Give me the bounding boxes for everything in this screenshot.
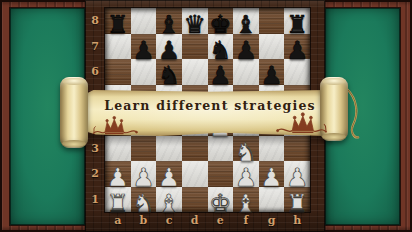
piece-black-knight-e7[interactable]: ♞ [208, 38, 234, 64]
square-e7[interactable]: ♞ [208, 34, 234, 60]
square-a2[interactable]: ♟ [105, 161, 131, 187]
square-h2[interactable]: ♟ [284, 161, 310, 187]
square-b1[interactable]: ♞ [131, 187, 157, 213]
piece-black-rook-a8[interactable]: ♜ [105, 12, 131, 38]
piece-black-king-e8[interactable]: ♚ [208, 12, 234, 38]
piece-black-bishop-f8[interactable]: ♝ [233, 12, 259, 38]
square-e6[interactable]: ♟ [208, 59, 234, 85]
piece-black-pawn-h7[interactable]: ♟ [284, 38, 310, 64]
square-f7[interactable]: ♟ [233, 34, 259, 60]
piece-white-bishop-f1[interactable]: ♝ [233, 191, 259, 217]
square-d2[interactable] [182, 161, 208, 187]
piece-black-pawn-e6[interactable]: ♟ [208, 63, 234, 89]
rank-label-1: 1 [85, 187, 105, 213]
piece-white-king-e1[interactable]: ♚ [208, 191, 234, 217]
square-g8[interactable] [259, 8, 285, 34]
square-c6[interactable]: ♞ [156, 59, 182, 85]
square-g6[interactable]: ♟ [259, 59, 285, 85]
square-c1[interactable]: ♝ [156, 187, 182, 213]
square-g7[interactable] [259, 34, 285, 60]
banner-ornament-right-icon [276, 107, 328, 138]
piece-white-pawn-h2[interactable]: ♟ [284, 165, 310, 191]
piece-white-pawn-a2[interactable]: ♟ [105, 165, 131, 191]
piece-black-pawn-f7[interactable]: ♟ [233, 38, 259, 64]
square-c8[interactable]: ♝ [156, 8, 182, 34]
banner-scroll-left-roll [60, 77, 88, 148]
square-b2[interactable]: ♟ [131, 161, 157, 187]
square-f1[interactable]: ♝ [233, 187, 259, 213]
piece-white-rook-h1[interactable]: ♜ [284, 191, 310, 217]
rank-label-7: 7 [85, 34, 105, 60]
piece-white-pawn-c2[interactable]: ♟ [156, 165, 182, 191]
square-e2[interactable] [208, 161, 234, 187]
square-h1[interactable]: ♜ [284, 187, 310, 213]
rank-label-2: 2 [85, 161, 105, 187]
piece-white-rook-a1[interactable]: ♜ [105, 191, 131, 217]
banner-ornament-left-icon [92, 111, 138, 139]
square-h7[interactable]: ♟ [284, 34, 310, 60]
piece-white-pawn-g2[interactable]: ♟ [259, 165, 285, 191]
piece-white-knight-b1[interactable]: ♞ [131, 191, 157, 217]
square-b7[interactable]: ♟ [131, 34, 157, 60]
piece-black-pawn-c7[interactable]: ♟ [156, 38, 182, 64]
piece-black-pawn-g6[interactable]: ♟ [259, 63, 285, 89]
square-a8[interactable]: ♜ [105, 8, 131, 34]
square-d8[interactable]: ♛ [182, 8, 208, 34]
square-d6[interactable] [182, 59, 208, 85]
square-g2[interactable]: ♟ [259, 161, 285, 187]
piece-black-knight-c6[interactable]: ♞ [156, 63, 182, 89]
square-d1[interactable] [182, 187, 208, 213]
rank-label-6: 6 [85, 59, 105, 85]
file-label-g: g [259, 212, 285, 228]
square-a1[interactable]: ♜ [105, 187, 131, 213]
piece-white-pawn-f2[interactable]: ♟ [233, 165, 259, 191]
square-f2[interactable]: ♟ [233, 161, 259, 187]
square-e8[interactable]: ♚ [208, 8, 234, 34]
piece-black-queen-d8[interactable]: ♛ [182, 12, 208, 38]
app-window: 87654321 ♜♝♛♚♝♜♟♟♞♟♟♞♟♟♟♞♟♟♟♟♟♟♜♞♝♚♝♜ ab… [0, 0, 412, 232]
square-c7[interactable]: ♟ [156, 34, 182, 60]
square-b8[interactable] [131, 8, 157, 34]
square-f8[interactable]: ♝ [233, 8, 259, 34]
square-h8[interactable]: ♜ [284, 8, 310, 34]
piece-white-pawn-b2[interactable]: ♟ [131, 165, 157, 191]
piece-white-bishop-c1[interactable]: ♝ [156, 191, 182, 217]
square-e1[interactable]: ♚ [208, 187, 234, 213]
file-label-d: d [182, 212, 208, 228]
square-a6[interactable] [105, 59, 131, 85]
square-c2[interactable]: ♟ [156, 161, 182, 187]
piece-black-rook-h8[interactable]: ♜ [284, 12, 310, 38]
piece-black-bishop-c8[interactable]: ♝ [156, 12, 182, 38]
piece-black-pawn-b7[interactable]: ♟ [131, 38, 157, 64]
rank-label-8: 8 [85, 8, 105, 34]
